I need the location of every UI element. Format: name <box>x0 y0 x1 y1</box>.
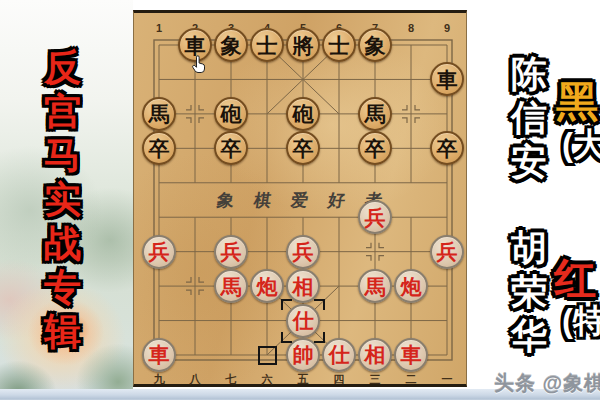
black-cannon-piece[interactable]: 砲 <box>286 97 320 131</box>
players-panel: 陈信安 黑 (大 胡荣华 红 (特 <box>467 0 600 400</box>
red-advisor-piece[interactable]: 仕 <box>322 338 356 372</box>
file-number: 二 <box>402 372 420 387</box>
red-soldier-piece[interactable]: 兵 <box>214 235 248 269</box>
last-move-origin-marker <box>258 346 277 365</box>
black-advisor-piece[interactable]: 士 <box>250 28 284 62</box>
red-cannon-piece[interactable]: 炮 <box>250 269 284 303</box>
video-frame: 反宫马实战专辑 123456789 九八七六五四三二一 象棋爱好者 車象士將士象… <box>0 0 600 400</box>
file-number: 8 <box>402 22 420 34</box>
red-king-piece[interactable]: 帥 <box>286 338 320 372</box>
black-player-name: 陈信安 <box>511 52 547 184</box>
char: 马 <box>44 134 81 178</box>
red-soldier-piece[interactable]: 兵 <box>358 200 392 234</box>
red-chariot-piece[interactable]: 車 <box>142 338 176 372</box>
char: 实 <box>44 178 81 222</box>
file-number: 9 <box>438 22 456 34</box>
series-title: 反宫马实战专辑 <box>44 46 81 354</box>
red-horse-piece[interactable]: 馬 <box>214 269 248 303</box>
black-cannon-piece[interactable]: 砲 <box>214 97 248 131</box>
char: 陈 <box>511 52 547 96</box>
file-number: 三 <box>366 372 384 387</box>
char: 辑 <box>44 310 81 354</box>
black-player-rank: (大 <box>562 123 600 168</box>
red-soldier-piece[interactable]: 兵 <box>142 235 176 269</box>
hand-cursor-icon <box>191 55 207 75</box>
xiangqi-board[interactable]: 123456789 九八七六五四三二一 象棋爱好者 車象士將士象車馬砲砲馬卒卒卒… <box>133 10 467 387</box>
black-general-piece[interactable]: 將 <box>286 28 320 62</box>
char: 荣 <box>511 270 547 314</box>
rose-photo-panel: 反宫马实战专辑 <box>0 0 133 400</box>
red-horse-piece[interactable]: 馬 <box>358 269 392 303</box>
toutiao-watermark: 头条 @象棋爱 <box>494 370 600 397</box>
char: 战 <box>44 222 81 266</box>
char: 信 <box>511 96 547 140</box>
char: 安 <box>511 140 547 184</box>
red-advisor-piece[interactable]: 仕 <box>286 304 320 338</box>
black-horse-piece[interactable]: 馬 <box>358 97 392 131</box>
file-number: 四 <box>330 372 348 387</box>
red-soldier-piece[interactable]: 兵 <box>430 235 464 269</box>
black-elephant-piece[interactable]: 象 <box>358 28 392 62</box>
red-cannon-piece[interactable]: 炮 <box>394 269 428 303</box>
black-elephant-piece[interactable]: 象 <box>214 28 248 62</box>
black-horse-piece[interactable]: 馬 <box>142 97 176 131</box>
file-number: 七 <box>222 372 240 387</box>
file-number: 九 <box>150 372 168 387</box>
red-elephant-piece[interactable]: 相 <box>286 269 320 303</box>
file-number: 六 <box>258 372 276 387</box>
file-number: 一 <box>438 372 456 387</box>
char: 胡 <box>511 226 547 270</box>
red-elephant-piece[interactable]: 相 <box>358 338 392 372</box>
red-chariot-piece[interactable]: 車 <box>394 338 428 372</box>
black-advisor-piece[interactable]: 士 <box>322 28 356 62</box>
char: 反 <box>44 46 81 90</box>
char: 华 <box>511 314 547 358</box>
file-number: 五 <box>294 372 312 387</box>
char: 宫 <box>44 90 81 134</box>
file-number: 八 <box>186 372 204 387</box>
char: 专 <box>44 266 81 310</box>
red-soldier-piece[interactable]: 兵 <box>286 235 320 269</box>
black-side-label: 黑 <box>556 74 598 130</box>
red-player-name: 胡荣华 <box>511 226 547 358</box>
red-player-rank: (特 <box>562 299 600 344</box>
file-number: 1 <box>150 22 168 34</box>
